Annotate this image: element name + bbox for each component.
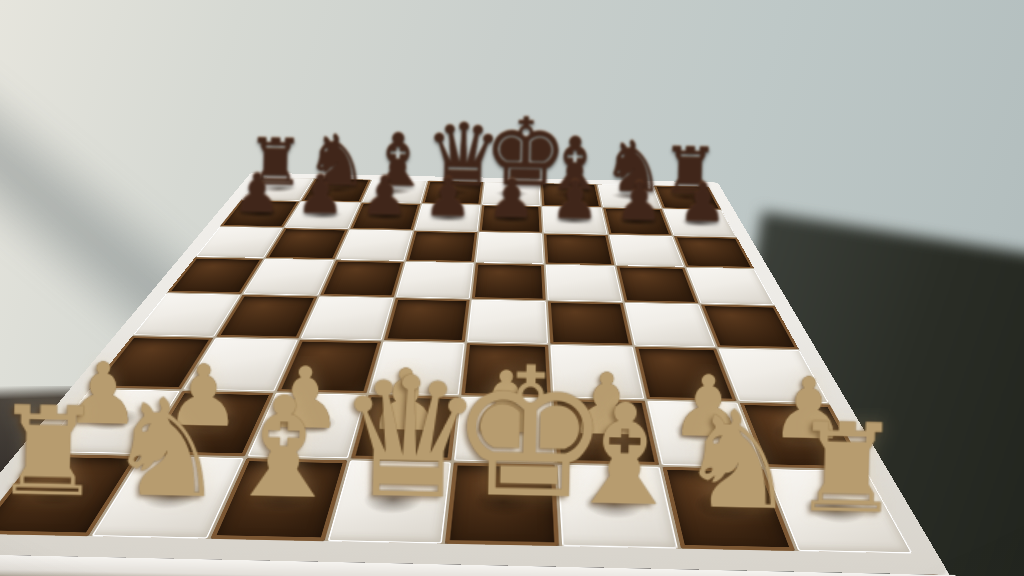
photo-scene: ♜♞♝♛♚♝♞♜♟♟♟♟♟♟♟♟♟♟♟♟♟♟♟♟♜♞♝♛♚♝♞♜ — [0, 0, 1024, 576]
vignette — [0, 0, 1024, 576]
